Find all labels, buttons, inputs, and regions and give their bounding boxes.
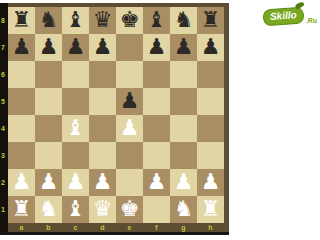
square-g3[interactable] [170,142,197,169]
rank-label-6: 6 [1,61,8,88]
square-g6[interactable] [170,61,197,88]
square-h8[interactable]: ♜ [197,7,224,34]
black-rook-h8[interactable]: ♜ [197,7,224,34]
square-d2[interactable]: ♟ [89,169,116,196]
square-h4[interactable] [197,115,224,142]
rank-label-2: 2 [1,169,8,196]
file-coordinates: abcdefgh [8,223,224,232]
skillo-logo-blob: Skillo [262,6,304,26]
square-h6[interactable] [197,61,224,88]
square-b2[interactable]: ♟ [35,169,62,196]
square-h5[interactable] [197,88,224,115]
square-b3[interactable] [35,142,62,169]
square-f4[interactable] [143,115,170,142]
rank-label-7: 7 [1,34,8,61]
black-pawn-c7[interactable]: ♟ [62,34,89,61]
white-pawn-b2[interactable]: ♟ [35,169,62,196]
square-g5[interactable] [170,88,197,115]
white-bishop-c4[interactable]: ♝ [62,115,89,142]
rank-label-8: 8 [1,7,8,34]
white-pawn-g2[interactable]: ♟ [170,169,197,196]
black-knight-g8[interactable]: ♞ [170,7,197,34]
square-a8[interactable]: ♜ [8,7,35,34]
square-d4[interactable] [89,115,116,142]
file-label-h: h [197,223,224,232]
square-a6[interactable] [8,61,35,88]
square-f7[interactable]: ♟ [143,34,170,61]
square-b6[interactable] [35,61,62,88]
square-c8[interactable]: ♝ [62,7,89,34]
file-label-a: a [8,223,35,232]
square-g4[interactable] [170,115,197,142]
square-e7[interactable] [116,34,143,61]
square-e3[interactable] [116,142,143,169]
white-queen-d1[interactable]: ♛ [89,196,116,223]
white-pawn-c2[interactable]: ♟ [62,169,89,196]
square-e1[interactable]: ♚ [116,196,143,223]
square-b8[interactable]: ♞ [35,7,62,34]
black-bishop-f8[interactable]: ♝ [143,7,170,34]
square-g2[interactable]: ♟ [170,169,197,196]
black-pawn-b7[interactable]: ♟ [35,34,62,61]
square-d7[interactable]: ♟ [89,34,116,61]
square-h3[interactable] [197,142,224,169]
square-b5[interactable] [35,88,62,115]
square-a3[interactable] [8,142,35,169]
board-squares: ♜♞♝♛♚♝♞♜♟♟♟♟♟♟♟♟♝♟♟♟♟♟♟♟♟♜♞♝♛♚♞♜ [8,7,224,223]
white-pawn-e4[interactable]: ♟ [116,115,143,142]
square-d1[interactable]: ♛ [89,196,116,223]
file-label-c: c [62,223,89,232]
white-pawn-f2[interactable]: ♟ [143,169,170,196]
square-e6[interactable] [116,61,143,88]
square-h2[interactable]: ♟ [197,169,224,196]
square-g8[interactable]: ♞ [170,7,197,34]
black-rook-a8[interactable]: ♜ [8,7,35,34]
square-c3[interactable] [62,142,89,169]
file-label-e: e [116,223,143,232]
square-g1[interactable]: ♞ [170,196,197,223]
square-f5[interactable] [143,88,170,115]
white-bishop-c1[interactable]: ♝ [62,196,89,223]
black-pawn-h7[interactable]: ♟ [197,34,224,61]
square-h1[interactable]: ♜ [197,196,224,223]
square-d3[interactable] [89,142,116,169]
board-bottom-edge [0,232,229,235]
square-d6[interactable] [89,61,116,88]
square-a2[interactable]: ♟ [8,169,35,196]
black-bishop-c8[interactable]: ♝ [62,7,89,34]
square-g7[interactable]: ♟ [170,34,197,61]
square-b1[interactable]: ♞ [35,196,62,223]
square-a4[interactable] [8,115,35,142]
white-pawn-d2[interactable]: ♟ [89,169,116,196]
square-h7[interactable]: ♟ [197,34,224,61]
rank-label-1: 1 [1,196,8,223]
square-d8[interactable]: ♛ [89,7,116,34]
black-pawn-e5[interactable]: ♟ [116,88,143,115]
square-f2[interactable]: ♟ [143,169,170,196]
square-b7[interactable]: ♟ [35,34,62,61]
black-queen-d8[interactable]: ♛ [89,7,116,34]
white-pawn-a2[interactable]: ♟ [8,169,35,196]
square-e2[interactable] [116,169,143,196]
chess-board: 87654321 ♜♞♝♛♚♝♞♜♟♟♟♟♟♟♟♟♝♟♟♟♟♟♟♟♟♜♞♝♛♚♞… [0,3,229,232]
square-c2[interactable]: ♟ [62,169,89,196]
rank-label-3: 3 [1,142,8,169]
skillo-logo[interactable]: Skillo .Ru [263,6,317,26]
file-label-b: b [35,223,62,232]
logo-text: Skillo [270,9,297,22]
rank-label-4: 4 [1,115,8,142]
square-c6[interactable] [62,61,89,88]
square-a1[interactable]: ♜ [8,196,35,223]
black-pawn-a7[interactable]: ♟ [8,34,35,61]
black-pawn-g7[interactable]: ♟ [170,34,197,61]
black-pawn-f7[interactable]: ♟ [143,34,170,61]
file-label-g: g [170,223,197,232]
file-label-d: d [89,223,116,232]
square-c7[interactable]: ♟ [62,34,89,61]
white-rook-a1[interactable]: ♜ [8,196,35,223]
square-f6[interactable] [143,61,170,88]
white-pawn-h2[interactable]: ♟ [197,169,224,196]
white-knight-g1[interactable]: ♞ [170,196,197,223]
leaf-icon [294,1,304,9]
square-e4[interactable]: ♟ [116,115,143,142]
logo-suffix: .Ru [306,17,317,26]
square-a5[interactable] [8,88,35,115]
black-pawn-d7[interactable]: ♟ [89,34,116,61]
square-f8[interactable]: ♝ [143,7,170,34]
square-b4[interactable] [35,115,62,142]
square-c4[interactable]: ♝ [62,115,89,142]
square-d5[interactable] [89,88,116,115]
square-e8[interactable]: ♚ [116,7,143,34]
file-label-f: f [143,223,170,232]
white-rook-h1[interactable]: ♜ [197,196,224,223]
square-f1[interactable] [143,196,170,223]
rank-label-5: 5 [1,88,8,115]
square-a7[interactable]: ♟ [8,34,35,61]
square-c1[interactable]: ♝ [62,196,89,223]
square-e5[interactable]: ♟ [116,88,143,115]
square-f3[interactable] [143,142,170,169]
black-knight-b8[interactable]: ♞ [35,7,62,34]
square-c5[interactable] [62,88,89,115]
rank-coordinates: 87654321 [0,3,8,232]
white-knight-b1[interactable]: ♞ [35,196,62,223]
black-king-e8[interactable]: ♚ [116,7,143,34]
white-king-e1[interactable]: ♚ [116,196,143,223]
